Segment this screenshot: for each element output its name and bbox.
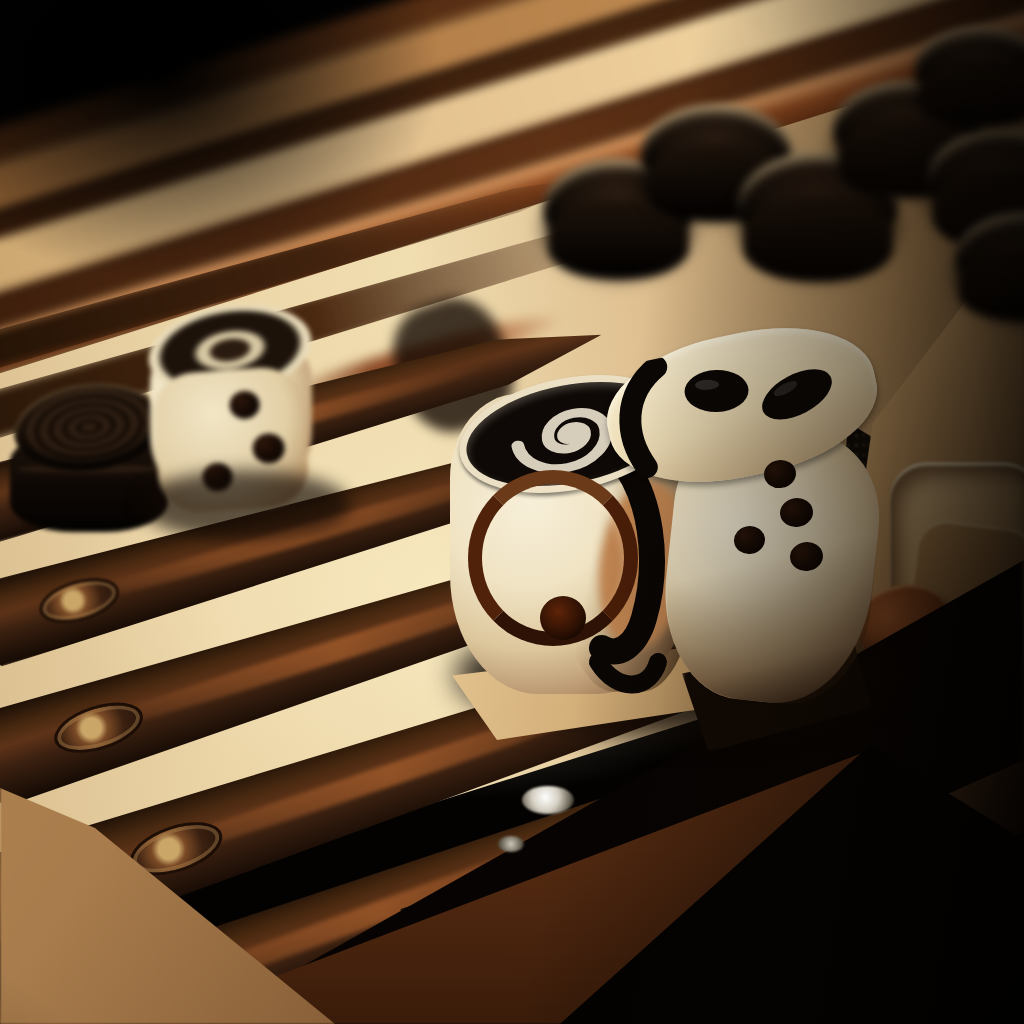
die1-ringed-pip [540, 596, 586, 640]
hinge-glint [522, 786, 574, 814]
point-inlay [48, 692, 149, 762]
hinge-glint-small [498, 836, 524, 852]
die-center-right[interactable]: ⚄ [600, 326, 886, 706]
point-inlay [34, 570, 124, 631]
backgammon-photo-stage: ● ● ● ● ● ● ● ● ⚂ ⚀ [0, 0, 1024, 1024]
die3-pip [229, 390, 261, 420]
die3-pip [252, 432, 286, 464]
lone-die-shadow [140, 470, 350, 540]
